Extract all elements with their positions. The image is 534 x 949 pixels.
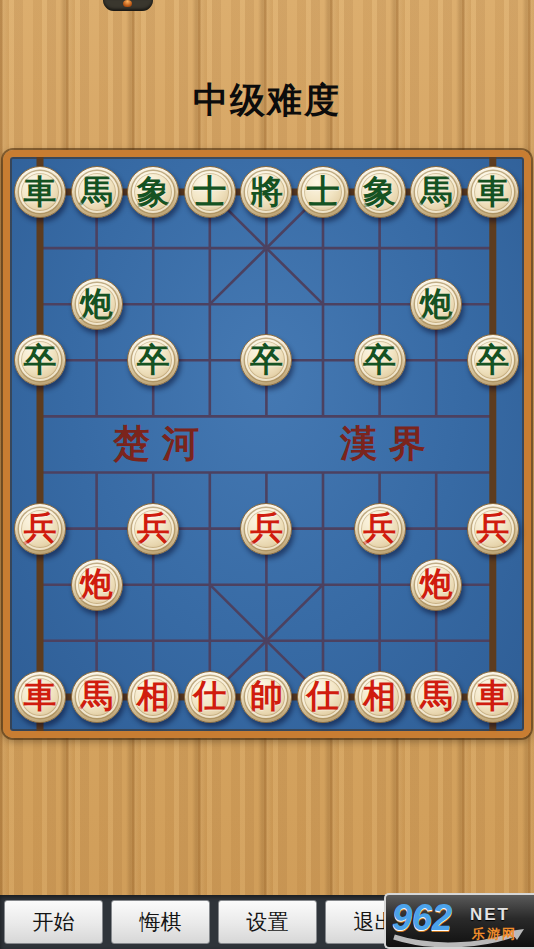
watermark-site: 乐游网 <box>472 925 517 943</box>
piece-black-f2r0[interactable]: 象 <box>127 166 179 218</box>
piece-red-f0r9[interactable]: 車 <box>14 671 66 723</box>
piece-red-f7r9[interactable]: 馬 <box>410 671 462 723</box>
piece-red-f1r7[interactable]: 炮 <box>71 559 123 611</box>
camera-lens-icon <box>123 0 132 7</box>
piece-red-f4r9[interactable]: 帥 <box>240 671 292 723</box>
watermark-net: NET <box>470 905 510 925</box>
piece-red-f4r6[interactable]: 兵 <box>240 503 292 555</box>
piece-red-f8r9[interactable]: 車 <box>467 671 519 723</box>
xiangqi-board[interactable]: 楚河 漢界 車馬象士將士象馬車炮炮卒卒卒卒卒兵兵兵兵兵炮炮車馬相仕帥仕相馬車 <box>3 150 531 738</box>
piece-black-f8r0[interactable]: 車 <box>467 166 519 218</box>
piece-red-f3r9[interactable]: 仕 <box>184 671 236 723</box>
piece-red-f5r9[interactable]: 仕 <box>297 671 349 723</box>
undo-button[interactable]: 悔棋 <box>111 900 210 944</box>
piece-black-f0r3[interactable]: 卒 <box>14 334 66 386</box>
piece-black-f5r0[interactable]: 士 <box>297 166 349 218</box>
piece-black-f3r0[interactable]: 士 <box>184 166 236 218</box>
river-label-chu-he: 楚河 <box>113 419 211 469</box>
piece-black-f6r0[interactable]: 象 <box>354 166 406 218</box>
start-button[interactable]: 开始 <box>4 900 103 944</box>
piece-red-f1r9[interactable]: 馬 <box>71 671 123 723</box>
piece-black-f6r3[interactable]: 卒 <box>354 334 406 386</box>
piece-black-f1r0[interactable]: 馬 <box>71 166 123 218</box>
piece-red-f6r9[interactable]: 相 <box>354 671 406 723</box>
piece-red-f8r6[interactable]: 兵 <box>467 503 519 555</box>
piece-black-f7r2[interactable]: 炮 <box>410 278 462 330</box>
watermark-962net: 962 NET 乐游网 <box>384 893 534 949</box>
piece-red-f6r6[interactable]: 兵 <box>354 503 406 555</box>
piece-black-f0r0[interactable]: 車 <box>14 166 66 218</box>
watermark-number: 962 <box>392 897 452 939</box>
piece-black-f4r0[interactable]: 將 <box>240 166 292 218</box>
piece-black-f7r0[interactable]: 馬 <box>410 166 462 218</box>
piece-black-f8r3[interactable]: 卒 <box>467 334 519 386</box>
piece-red-f2r9[interactable]: 相 <box>127 671 179 723</box>
piece-black-f1r2[interactable]: 炮 <box>71 278 123 330</box>
piece-red-f2r6[interactable]: 兵 <box>127 503 179 555</box>
piece-red-f0r6[interactable]: 兵 <box>14 503 66 555</box>
river-label-han-jie: 漢界 <box>340 419 438 469</box>
board-grid <box>10 157 524 731</box>
app-screen: 中级难度 <box>0 0 534 949</box>
difficulty-title: 中级难度 <box>0 77 534 124</box>
piece-red-f7r7[interactable]: 炮 <box>410 559 462 611</box>
camera-cutout <box>103 0 153 11</box>
settings-button[interactable]: 设置 <box>218 900 317 944</box>
